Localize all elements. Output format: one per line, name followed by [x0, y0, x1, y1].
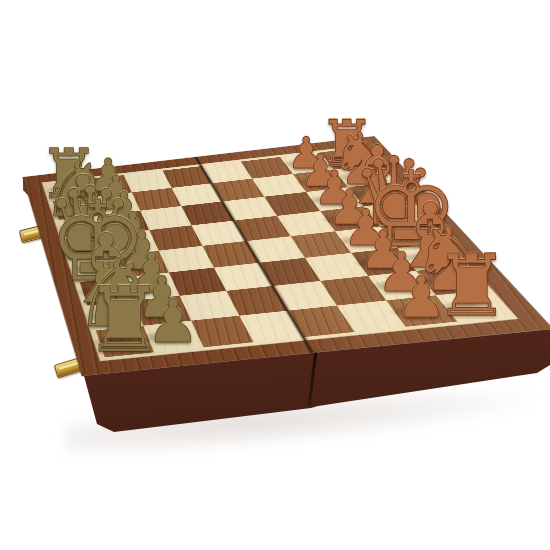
- pieces-layer: ♜♞♝♛♚♝♞♜♟♟♟♟♟♟♟♟♟♟♟♟♟♟♟♟♜♞♝♛♚♝♞♜: [0, 0, 550, 550]
- chess-piece-bronze-r[interactable]: ♜: [64, 267, 184, 372]
- chess-piece-copper-p[interactable]: ♟: [361, 264, 481, 330]
- product-photo-stage: ♜♞♝♛♚♝♞♜♟♟♟♟♟♟♟♟♟♟♟♟♟♟♟♟♜♞♝♛♚♝♞♜: [0, 0, 550, 550]
